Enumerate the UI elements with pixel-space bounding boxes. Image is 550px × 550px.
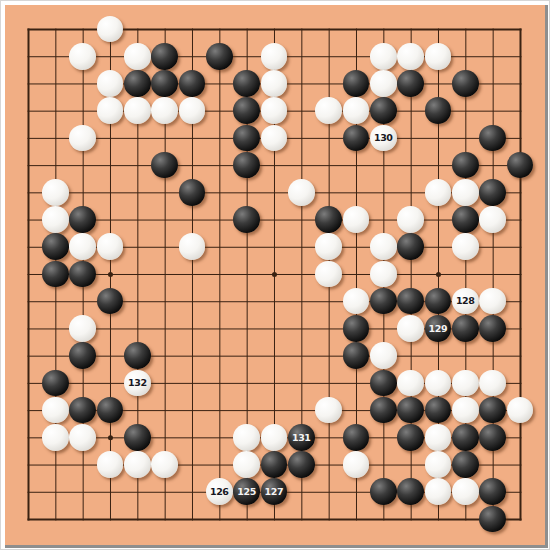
board-cell[interactable] — [397, 124, 424, 151]
board-cell[interactable] — [424, 288, 451, 315]
board-cell[interactable] — [315, 15, 342, 42]
stone-black[interactable] — [479, 397, 506, 424]
board-cell[interactable] — [124, 15, 151, 42]
board-cell[interactable] — [370, 179, 397, 206]
stone-white[interactable] — [370, 43, 397, 70]
stone-white[interactable]: 126 — [206, 478, 233, 505]
board-cell[interactable] — [151, 505, 178, 532]
board-cell[interactable] — [178, 288, 205, 315]
board-cell[interactable] — [206, 206, 233, 233]
stone-white[interactable] — [452, 233, 479, 260]
board-cell[interactable] — [206, 233, 233, 260]
board-cell[interactable] — [124, 124, 151, 151]
board-cell[interactable] — [260, 151, 287, 178]
board-cell[interactable] — [69, 233, 96, 260]
board-cell[interactable] — [151, 151, 178, 178]
board-cell[interactable] — [69, 124, 96, 151]
stone-white[interactable] — [151, 451, 178, 478]
board-cell[interactable] — [124, 260, 151, 287]
board-cell[interactable] — [479, 369, 506, 396]
board-cell[interactable] — [14, 396, 41, 423]
board-cell[interactable] — [479, 260, 506, 287]
board-cell[interactable] — [260, 179, 287, 206]
board-cell[interactable] — [69, 396, 96, 423]
board-cell[interactable] — [42, 424, 69, 451]
board-cell[interactable] — [124, 70, 151, 97]
board-cell[interactable] — [260, 424, 287, 451]
board-cell[interactable] — [370, 369, 397, 396]
board-cell[interactable] — [14, 233, 41, 260]
board-cell[interactable] — [233, 124, 260, 151]
board-cell[interactable] — [479, 451, 506, 478]
board-cell[interactable] — [342, 70, 369, 97]
board-cell[interactable] — [260, 70, 287, 97]
board-cell[interactable] — [42, 151, 69, 178]
board-cell[interactable] — [288, 451, 315, 478]
board-cell[interactable] — [370, 233, 397, 260]
stone-white[interactable] — [315, 233, 342, 260]
board-cell[interactable] — [479, 15, 506, 42]
board-cell[interactable] — [397, 70, 424, 97]
board-cell[interactable] — [151, 478, 178, 505]
board-cell[interactable] — [288, 233, 315, 260]
board-cell[interactable] — [14, 451, 41, 478]
board-cell[interactable] — [69, 15, 96, 42]
board-cell[interactable] — [397, 15, 424, 42]
board-cell[interactable] — [288, 505, 315, 532]
board-cell[interactable] — [370, 151, 397, 178]
board-cell[interactable] — [452, 424, 479, 451]
board-cell[interactable]: 129 — [424, 315, 451, 342]
board-cell[interactable] — [96, 97, 123, 124]
stone-black[interactable] — [179, 179, 206, 206]
stone-white[interactable] — [479, 288, 506, 315]
board-cell[interactable] — [233, 505, 260, 532]
board-cell[interactable] — [315, 288, 342, 315]
board-cell[interactable] — [14, 424, 41, 451]
board-cell[interactable] — [370, 43, 397, 70]
stone-black[interactable] — [479, 424, 506, 451]
stone-black[interactable] — [397, 288, 424, 315]
stone-white[interactable] — [452, 478, 479, 505]
stone-black[interactable] — [370, 97, 397, 124]
board-cell[interactable] — [14, 206, 41, 233]
board-cell[interactable] — [506, 451, 533, 478]
stone-white[interactable] — [233, 451, 260, 478]
board-cell[interactable] — [151, 97, 178, 124]
stone-black[interactable] — [397, 424, 424, 451]
stone-black[interactable] — [343, 70, 370, 97]
board-cell[interactable] — [178, 233, 205, 260]
board-cell[interactable] — [178, 43, 205, 70]
board-cell[interactable] — [206, 179, 233, 206]
board-cell[interactable] — [124, 97, 151, 124]
board-cell[interactable] — [124, 151, 151, 178]
board-cell[interactable] — [370, 206, 397, 233]
stone-white[interactable] — [397, 315, 424, 342]
board-cell[interactable] — [69, 478, 96, 505]
stone-black[interactable] — [425, 97, 452, 124]
board-cell[interactable] — [151, 15, 178, 42]
stone-white[interactable] — [343, 451, 370, 478]
board-cell[interactable] — [370, 424, 397, 451]
stone-black[interactable] — [151, 152, 178, 179]
board-cell[interactable] — [370, 70, 397, 97]
board-cell[interactable] — [315, 233, 342, 260]
board-cell[interactable] — [342, 342, 369, 369]
stone-black[interactable] — [425, 288, 452, 315]
board-cell[interactable] — [288, 260, 315, 287]
stone-white[interactable] — [370, 233, 397, 260]
stone-black[interactable] — [233, 152, 260, 179]
board-cell[interactable] — [151, 179, 178, 206]
board-cell[interactable] — [14, 43, 41, 70]
board-cell[interactable]: 128 — [452, 288, 479, 315]
stone-white[interactable] — [479, 370, 506, 397]
board-cell[interactable] — [124, 288, 151, 315]
stone-black[interactable] — [42, 261, 69, 288]
stone-black[interactable] — [452, 206, 479, 233]
board-cell[interactable] — [69, 151, 96, 178]
stone-white[interactable] — [261, 70, 288, 97]
board-cell[interactable] — [342, 206, 369, 233]
board-cell[interactable] — [452, 97, 479, 124]
board-cell[interactable]: 132 — [124, 369, 151, 396]
board-cell[interactable] — [315, 342, 342, 369]
board-cell[interactable] — [42, 206, 69, 233]
board-cell[interactable] — [178, 97, 205, 124]
board-cell[interactable] — [342, 260, 369, 287]
board-cell[interactable] — [178, 505, 205, 532]
board-cell[interactable] — [506, 342, 533, 369]
board-cell[interactable] — [178, 342, 205, 369]
board-cell[interactable] — [42, 342, 69, 369]
board-cell[interactable] — [424, 206, 451, 233]
board-cell[interactable] — [96, 342, 123, 369]
board-cell[interactable] — [233, 233, 260, 260]
board-cell[interactable] — [288, 478, 315, 505]
board-cell[interactable] — [315, 505, 342, 532]
board-cell[interactable] — [42, 451, 69, 478]
board-cell[interactable] — [233, 288, 260, 315]
board-cell[interactable] — [452, 15, 479, 42]
board-cell[interactable] — [178, 179, 205, 206]
stone-black[interactable] — [452, 424, 479, 451]
board-cell[interactable] — [288, 97, 315, 124]
stone-black[interactable] — [343, 342, 370, 369]
stone-white[interactable] — [397, 370, 424, 397]
board-cell[interactable] — [506, 260, 533, 287]
stone-white[interactable] — [288, 179, 315, 206]
stone-black[interactable] — [397, 70, 424, 97]
stone-white[interactable] — [179, 233, 206, 260]
board-cell[interactable] — [288, 43, 315, 70]
stone-black[interactable] — [479, 315, 506, 342]
board-cell[interactable] — [452, 451, 479, 478]
board-cell[interactable] — [233, 15, 260, 42]
board-cell[interactable] — [315, 70, 342, 97]
board-cell[interactable] — [14, 505, 41, 532]
board-cell[interactable] — [260, 15, 287, 42]
stone-black[interactable] — [151, 70, 178, 97]
board-cell[interactable] — [14, 179, 41, 206]
board-cell[interactable] — [69, 260, 96, 287]
board-cell[interactable] — [506, 315, 533, 342]
board-cell[interactable] — [206, 396, 233, 423]
stone-black[interactable] — [179, 70, 206, 97]
stone-black[interactable] — [206, 43, 233, 70]
board-cell[interactable] — [370, 15, 397, 42]
board-cell[interactable] — [124, 43, 151, 70]
board-cell[interactable] — [206, 315, 233, 342]
board-cell[interactable] — [96, 206, 123, 233]
board-cell[interactable] — [479, 179, 506, 206]
stone-white[interactable] — [124, 451, 151, 478]
stone-black[interactable] — [315, 206, 342, 233]
stone-black[interactable] — [397, 233, 424, 260]
board-cell[interactable] — [96, 43, 123, 70]
board-cell[interactable] — [96, 288, 123, 315]
board-cell[interactable] — [178, 15, 205, 42]
stone-white[interactable] — [370, 70, 397, 97]
board-cell[interactable] — [288, 70, 315, 97]
board-cell[interactable] — [424, 424, 451, 451]
board-cell[interactable] — [315, 260, 342, 287]
board-cell[interactable] — [206, 43, 233, 70]
stone-white[interactable] — [425, 43, 452, 70]
board-cell[interactable] — [506, 124, 533, 151]
board-cell[interactable] — [151, 288, 178, 315]
stone-white[interactable] — [425, 451, 452, 478]
board-cell[interactable] — [397, 315, 424, 342]
board-cell[interactable] — [452, 70, 479, 97]
board-cell[interactable] — [151, 315, 178, 342]
stone-black[interactable] — [452, 152, 479, 179]
board-cell[interactable] — [96, 478, 123, 505]
board-cell[interactable] — [96, 369, 123, 396]
board-cell[interactable] — [315, 97, 342, 124]
board-cell[interactable] — [479, 206, 506, 233]
board-cell[interactable] — [260, 451, 287, 478]
board-cell[interactable] — [151, 369, 178, 396]
board-cell[interactable] — [288, 206, 315, 233]
board-cell[interactable] — [315, 478, 342, 505]
board-cell[interactable] — [233, 179, 260, 206]
board-cell[interactable] — [14, 288, 41, 315]
stone-white[interactable] — [42, 206, 69, 233]
board-cell[interactable] — [69, 288, 96, 315]
board-cell[interactable] — [233, 206, 260, 233]
board-cell[interactable] — [96, 151, 123, 178]
board-cell[interactable] — [206, 424, 233, 451]
stone-white[interactable] — [261, 424, 288, 451]
board-cell[interactable] — [370, 505, 397, 532]
board-cell[interactable] — [206, 260, 233, 287]
stone-white[interactable] — [124, 97, 151, 124]
stone-white[interactable] — [397, 43, 424, 70]
board-cell[interactable] — [206, 451, 233, 478]
board-cell[interactable] — [69, 505, 96, 532]
stone-black[interactable] — [42, 370, 69, 397]
board-cell[interactable] — [288, 124, 315, 151]
board-cell[interactable] — [14, 369, 41, 396]
board-cell[interactable] — [370, 97, 397, 124]
board-cell[interactable] — [452, 206, 479, 233]
stone-black[interactable] — [69, 261, 96, 288]
stone-black[interactable] — [233, 70, 260, 97]
board-cell[interactable] — [288, 15, 315, 42]
board-cell[interactable] — [424, 124, 451, 151]
board-cell[interactable] — [506, 151, 533, 178]
board-cell[interactable] — [96, 15, 123, 42]
board-cell[interactable]: 125 — [233, 478, 260, 505]
stone-white[interactable]: 130 — [370, 125, 397, 152]
board-cell[interactable] — [506, 43, 533, 70]
stone-black[interactable] — [97, 288, 124, 315]
stone-black[interactable] — [452, 70, 479, 97]
stone-black[interactable] — [452, 315, 479, 342]
stone-black[interactable] — [425, 397, 452, 424]
board-cell[interactable] — [506, 206, 533, 233]
board-cell[interactable] — [315, 206, 342, 233]
stone-white[interactable] — [69, 315, 96, 342]
board-cell[interactable] — [96, 451, 123, 478]
stone-black[interactable] — [124, 424, 151, 451]
board-cell[interactable] — [397, 206, 424, 233]
board-cell[interactable] — [206, 124, 233, 151]
board-cell[interactable] — [233, 369, 260, 396]
stone-white[interactable] — [124, 43, 151, 70]
board-cell[interactable] — [479, 424, 506, 451]
board-cell[interactable] — [124, 342, 151, 369]
stone-black[interactable] — [97, 397, 124, 424]
board-cell[interactable] — [452, 124, 479, 151]
board-cell[interactable] — [178, 70, 205, 97]
board-cell[interactable] — [342, 369, 369, 396]
board-cell[interactable] — [342, 424, 369, 451]
board-cell[interactable] — [151, 206, 178, 233]
board-cell[interactable] — [452, 369, 479, 396]
stone-black[interactable] — [343, 424, 370, 451]
board-cell[interactable] — [370, 451, 397, 478]
board-cell[interactable] — [315, 124, 342, 151]
board-cell[interactable] — [233, 260, 260, 287]
board-cell[interactable] — [178, 451, 205, 478]
board-cell[interactable] — [69, 97, 96, 124]
board-cell[interactable] — [69, 43, 96, 70]
stone-black[interactable] — [370, 370, 397, 397]
board-cell[interactable] — [397, 97, 424, 124]
board-cell[interactable] — [315, 424, 342, 451]
board-cell[interactable] — [370, 478, 397, 505]
board-cell[interactable] — [124, 505, 151, 532]
stone-black[interactable] — [69, 206, 96, 233]
board-cell[interactable] — [69, 315, 96, 342]
board-cell[interactable] — [397, 396, 424, 423]
board-cell[interactable] — [506, 396, 533, 423]
board-cell[interactable] — [370, 396, 397, 423]
board-cell[interactable] — [96, 179, 123, 206]
board-cell[interactable] — [42, 315, 69, 342]
stone-white[interactable] — [97, 70, 124, 97]
stone-black[interactable]: 125 — [233, 478, 260, 505]
board-cell[interactable] — [124, 233, 151, 260]
board-cell[interactable] — [479, 288, 506, 315]
board-cell[interactable]: 131 — [288, 424, 315, 451]
board-cell[interactable] — [424, 97, 451, 124]
board-cell[interactable] — [424, 369, 451, 396]
board-cell[interactable] — [42, 369, 69, 396]
board-cell[interactable] — [288, 342, 315, 369]
board-cell[interactable] — [452, 505, 479, 532]
board-cell[interactable] — [69, 369, 96, 396]
board-cell[interactable] — [342, 288, 369, 315]
board-cell[interactable] — [233, 97, 260, 124]
board-cell[interactable] — [397, 478, 424, 505]
board-cell[interactable] — [206, 97, 233, 124]
board-cell[interactable] — [342, 124, 369, 151]
board-cell[interactable] — [96, 260, 123, 287]
board-cell[interactable] — [506, 505, 533, 532]
stone-white[interactable] — [69, 125, 96, 152]
stone-black[interactable]: 129 — [425, 315, 452, 342]
board-cell[interactable] — [288, 179, 315, 206]
board-cell[interactable] — [506, 70, 533, 97]
board-cell[interactable] — [452, 396, 479, 423]
stone-white[interactable] — [479, 206, 506, 233]
board-cell[interactable] — [342, 315, 369, 342]
board-cell[interactable] — [506, 288, 533, 315]
stone-white[interactable] — [315, 261, 342, 288]
stone-black[interactable] — [397, 397, 424, 424]
board-cell[interactable] — [260, 124, 287, 151]
stone-white[interactable]: 128 — [452, 288, 479, 315]
board-cell[interactable] — [206, 369, 233, 396]
board-cell[interactable] — [178, 260, 205, 287]
board-cell[interactable] — [42, 15, 69, 42]
board-cell[interactable] — [14, 151, 41, 178]
board-cell[interactable] — [397, 179, 424, 206]
stone-black[interactable] — [370, 397, 397, 424]
board-cell[interactable] — [342, 505, 369, 532]
stone-white[interactable] — [343, 97, 370, 124]
stone-white[interactable] — [315, 397, 342, 424]
board-cell[interactable] — [370, 315, 397, 342]
board-cell[interactable] — [260, 369, 287, 396]
stone-white[interactable] — [69, 43, 96, 70]
board-cell[interactable] — [14, 15, 41, 42]
board-cell[interactable] — [233, 43, 260, 70]
board-cell[interactable] — [342, 396, 369, 423]
board-cell[interactable] — [151, 43, 178, 70]
stone-white[interactable] — [261, 43, 288, 70]
stone-white[interactable] — [151, 97, 178, 124]
board-cell[interactable] — [315, 369, 342, 396]
board-cell[interactable] — [452, 260, 479, 287]
stone-white[interactable] — [370, 261, 397, 288]
board-cell[interactable] — [506, 424, 533, 451]
board-cell[interactable] — [151, 70, 178, 97]
board-cell[interactable] — [315, 179, 342, 206]
board-cell[interactable] — [479, 396, 506, 423]
stone-white[interactable] — [425, 424, 452, 451]
stone-white[interactable] — [97, 16, 124, 43]
board-cell[interactable] — [42, 288, 69, 315]
board-cell[interactable] — [506, 15, 533, 42]
board-cell[interactable] — [42, 97, 69, 124]
board-cell[interactable] — [42, 43, 69, 70]
board-cell[interactable] — [315, 151, 342, 178]
